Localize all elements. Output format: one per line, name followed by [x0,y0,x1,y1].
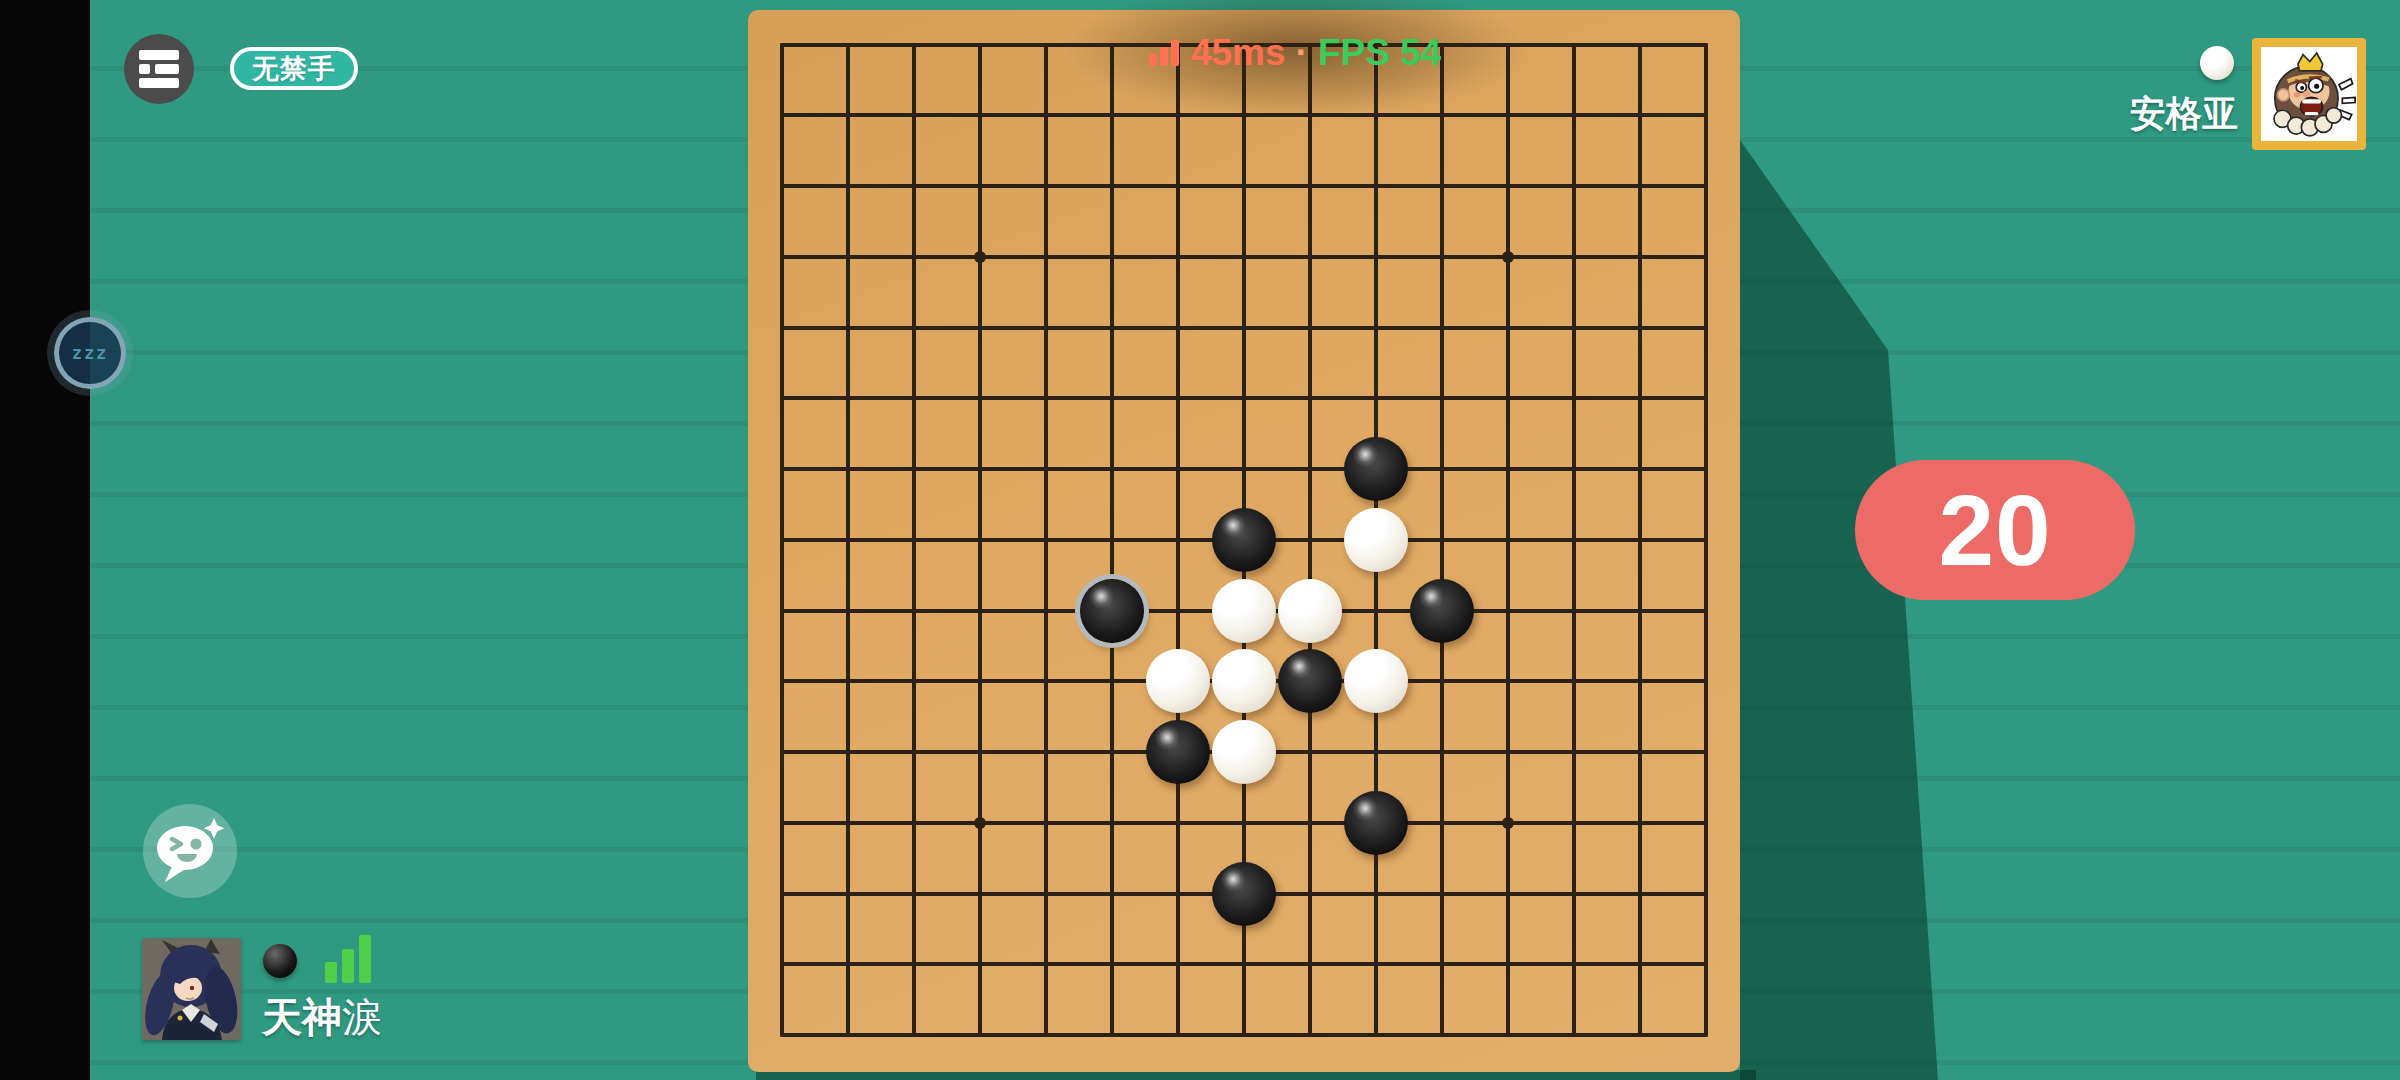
stone-black [1410,579,1474,643]
debug-separator: · [1296,32,1308,74]
turn-timer: 20 [1855,460,2135,600]
grid-line-v [1506,43,1510,1038]
grid-line-v [1440,43,1444,1038]
grid-line-h [780,821,1709,825]
turn-timer-value: 20 [1938,473,2051,588]
opponent-name: 安格亚 [2130,90,2238,139]
grid-line-v [1572,43,1576,1038]
player-avatar-art [142,938,241,1040]
opponent-avatar[interactable] [2252,38,2366,150]
stone-black [1344,437,1408,501]
stone-white [1344,649,1408,713]
game-screen: 45ms · FPS 54 无禁手 zzz 20 安格亚 [0,0,2400,1080]
star-point [1502,817,1514,829]
grid-line-v [1308,43,1312,1038]
stone-white [1212,579,1276,643]
chat-emote-icon [143,804,237,898]
stone-black [1212,862,1276,926]
rule-badge: 无禁手 [230,47,358,90]
stone-white [1146,649,1210,713]
player-avatar[interactable] [142,938,241,1040]
debug-bar: 45ms · FPS 54 [1090,26,1500,80]
menu-button[interactable] [124,34,194,104]
opponent-stone-color-white [2200,46,2234,80]
stone-black [1212,508,1276,572]
player-stone-color-black [263,944,297,978]
stone-white [1212,649,1276,713]
stone-white [1344,508,1408,572]
stone-black [1344,791,1408,855]
left-notch-bar [0,0,90,1080]
board-cast-shadow [1740,130,1960,1080]
grid-line-h [780,1033,1709,1037]
stone-black [1080,579,1144,643]
player-name: 天神淚 [262,990,382,1045]
rule-badge-label: 无禁手 [252,51,336,87]
fps-value: 54 [1400,32,1441,74]
player-name-suffix: 淚 [342,995,382,1039]
grid-line-v [1704,43,1708,1038]
grid-line-h [780,962,1709,966]
fps-label: FPS [1318,32,1390,74]
grid-line-v [1638,43,1642,1038]
star-point [1502,251,1514,263]
chat-emote-button[interactable] [143,804,237,898]
stone-white [1212,720,1276,784]
stone-white [1278,579,1342,643]
stone-black [1146,720,1210,784]
opponent-avatar-art [2261,47,2357,141]
sleep-indicator: zzz [54,317,126,389]
sleep-indicator-label: zzz [72,343,109,363]
star-point [974,817,986,829]
star-point [974,251,986,263]
player-name-primary: 天神 [262,995,342,1039]
latency-value: 45ms [1191,32,1286,74]
board-grid[interactable] [748,10,1740,1072]
connection-signal-icon [325,935,375,983]
stone-black [1278,649,1342,713]
latency-bars-icon [1149,40,1179,66]
